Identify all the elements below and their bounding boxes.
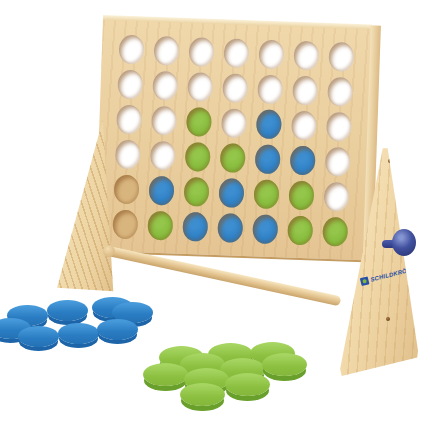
empty-hole: [326, 112, 352, 142]
knob-ball: [392, 229, 416, 256]
tray-disc-blue[interactable]: [58, 323, 99, 344]
cell-r3c3[interactable]: [181, 104, 217, 140]
board-disc-green: [220, 143, 246, 173]
board-disc-blue: [182, 212, 208, 242]
empty-hole: [292, 76, 318, 106]
cell-r1c6[interactable]: [288, 38, 324, 74]
cell-r2c5[interactable]: [252, 71, 288, 107]
cell-r1c3[interactable]: [183, 34, 219, 70]
cell-r3c1[interactable]: [111, 101, 147, 137]
empty-hole: [258, 39, 284, 69]
screw-icon: [386, 317, 390, 321]
board-disc-green: [185, 142, 211, 172]
cell-r6c3[interactable]: [177, 209, 213, 245]
board-disc-green: [322, 217, 348, 247]
cell-r6c1[interactable]: [107, 206, 143, 242]
tray-disc-green[interactable]: [180, 383, 225, 406]
tray-disc-green[interactable]: [262, 353, 307, 376]
cell-r1c4[interactable]: [218, 35, 254, 71]
cell-r5c7[interactable]: [318, 179, 354, 215]
empty-hole: [325, 147, 351, 177]
tray-disc-green[interactable]: [143, 363, 188, 386]
cell-r4c4[interactable]: [215, 140, 251, 176]
logo-text: SCHILDKRÖT: [370, 267, 412, 283]
empty-hole: [151, 106, 177, 136]
cell-r4c5[interactable]: [250, 141, 286, 177]
board-disc-blue: [149, 176, 175, 206]
cell-r3c2[interactable]: [146, 103, 182, 139]
cell-r5c2[interactable]: [143, 173, 179, 209]
cell-r6c2[interactable]: [142, 208, 178, 244]
cell-r5c4[interactable]: [213, 175, 249, 211]
cell-r5c5[interactable]: [248, 176, 284, 212]
empty-hole: [222, 73, 248, 103]
board-disc-blue: [219, 178, 245, 208]
game-board: [95, 19, 372, 262]
empty-hole: [223, 38, 249, 68]
tray-disc-blue[interactable]: [47, 300, 88, 321]
cell-r5c1[interactable]: [108, 171, 144, 207]
cell-r4c2[interactable]: [145, 138, 181, 174]
cell-r4c1[interactable]: [110, 136, 146, 172]
logo-emblem-icon: [360, 276, 370, 286]
cell-r3c7[interactable]: [321, 109, 357, 145]
board-disc-blue: [256, 109, 282, 139]
empty-hole: [115, 140, 141, 170]
empty-hole: [293, 41, 319, 71]
empty-hole: [187, 72, 213, 102]
board-disc-green: [147, 211, 173, 241]
board-disc-blue: [255, 144, 281, 174]
board-disc-green: [287, 216, 313, 246]
empty-hole: [118, 35, 144, 65]
empty-hole: [116, 105, 142, 135]
board-disc-green: [186, 107, 212, 137]
cell-r2c2[interactable]: [147, 68, 183, 104]
cell-r5c6[interactable]: [283, 177, 319, 213]
board-disc-blue: [290, 146, 316, 176]
cell-r2c7[interactable]: [322, 74, 358, 110]
empty-hole: [188, 37, 214, 67]
empty-hole: [153, 36, 179, 66]
board-disc-green: [288, 181, 314, 211]
cell-r1c7[interactable]: [323, 39, 359, 75]
cell-r6c6[interactable]: [282, 212, 318, 248]
cell-r6c4[interactable]: [212, 210, 248, 246]
empty-hole: [114, 174, 140, 204]
cell-r4c7[interactable]: [320, 144, 356, 180]
board-top-edge: [103, 15, 372, 29]
connect-four-product-photo: SCHILDKRÖT: [0, 0, 425, 425]
screw-icon: [388, 159, 392, 163]
cell-r3c4[interactable]: [216, 105, 252, 141]
cell-r4c6[interactable]: [285, 142, 321, 178]
cell-r6c5[interactable]: [247, 211, 283, 247]
empty-hole: [152, 71, 178, 101]
board-grid: [107, 31, 359, 249]
empty-hole: [221, 108, 247, 138]
empty-hole: [291, 111, 317, 141]
cell-r2c1[interactable]: [112, 66, 148, 102]
release-knob[interactable]: [382, 229, 416, 257]
cell-r3c6[interactable]: [286, 107, 322, 143]
cell-r2c3[interactable]: [182, 69, 218, 105]
board-disc-blue: [217, 213, 243, 243]
cell-r1c2[interactable]: [148, 33, 184, 69]
empty-hole: [257, 74, 283, 104]
empty-hole: [323, 182, 349, 212]
cell-r1c1[interactable]: [113, 31, 149, 67]
empty-hole: [150, 141, 176, 171]
board-disc-green: [184, 177, 210, 207]
empty-hole: [117, 70, 143, 100]
empty-hole: [112, 209, 138, 239]
tray-disc-blue[interactable]: [18, 326, 59, 347]
cell-r2c6[interactable]: [287, 72, 323, 108]
empty-hole: [328, 42, 354, 72]
board-disc-green: [253, 179, 279, 209]
cell-r1c5[interactable]: [253, 36, 289, 72]
cell-r3c5[interactable]: [251, 106, 287, 142]
tray-disc-blue[interactable]: [97, 319, 138, 340]
cell-r5c3[interactable]: [178, 174, 214, 210]
cell-r4c3[interactable]: [180, 139, 216, 175]
empty-hole: [327, 77, 353, 107]
tray-disc-green[interactable]: [225, 373, 270, 396]
cell-r6c7[interactable]: [317, 214, 353, 250]
brand-logo: SCHILDKRÖT: [360, 266, 412, 286]
board-disc-blue: [252, 214, 278, 244]
cell-r2c4[interactable]: [217, 70, 253, 106]
